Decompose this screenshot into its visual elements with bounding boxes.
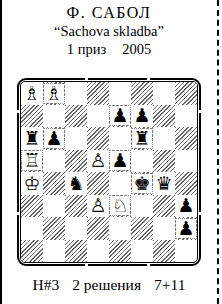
- square-f7: ♟: [131, 105, 153, 128]
- square-e6: [109, 127, 131, 150]
- piece-white-bishop: ♗: [22, 84, 41, 103]
- square-e7: ♟: [109, 105, 131, 128]
- square-h7: [175, 105, 197, 128]
- square-a1: [21, 240, 43, 263]
- square-e2: [109, 217, 131, 240]
- square-c3: [65, 195, 87, 218]
- award-year: 2005: [122, 40, 151, 58]
- square-g5: [153, 150, 175, 173]
- square-b7: [43, 105, 65, 128]
- square-h3: ♟: [175, 195, 197, 218]
- square-f4: ♚: [131, 172, 153, 195]
- square-b4: [43, 172, 65, 195]
- square-d6: [87, 127, 109, 150]
- square-b2: [43, 217, 65, 240]
- award-line: 1 приз 2005: [3, 40, 215, 58]
- award-text: 1 приз: [67, 40, 106, 58]
- square-g6: [153, 127, 175, 150]
- square-d7: [87, 105, 109, 128]
- square-a5: ♖: [21, 150, 43, 173]
- square-a3: [21, 195, 43, 218]
- piece-white-pawn: ♙: [88, 196, 107, 215]
- border-gap-mark: [85, 264, 88, 266]
- square-g8: [153, 82, 175, 105]
- square-e1: [109, 240, 131, 263]
- square-d3: ♙: [87, 195, 109, 218]
- square-d8: [87, 82, 109, 105]
- chess-board-grid: ♗♗♟♟♜♟♜♖♙♟♔♞♚♛♙♘♟♟: [21, 82, 197, 262]
- square-b1: [43, 240, 65, 263]
- solutions-count: 2 решения: [72, 275, 141, 295]
- square-d2: [87, 217, 109, 240]
- square-h5: [175, 150, 197, 173]
- square-g3: [153, 195, 175, 218]
- square-c1: [65, 240, 87, 263]
- piece-black-rook: ♜: [132, 129, 151, 148]
- border-gap-mark: [147, 264, 150, 266]
- chess-board: ♗♗♟♟♜♟♜♖♙♟♔♞♚♛♙♘♟♟: [17, 78, 201, 266]
- square-d5: ♙: [87, 150, 109, 173]
- square-a7: [21, 105, 43, 128]
- piece-black-pawn: ♟: [110, 106, 129, 125]
- border-gap-mark: [17, 110, 19, 113]
- border-gap-mark: [85, 78, 88, 80]
- piece-black-pawn: ♟: [176, 196, 195, 215]
- square-a6: ♜: [21, 127, 43, 150]
- diagram-header: Ф. САБОЛ “Sachova skladba” 1 приз 2005: [3, 3, 215, 58]
- square-a4: ♔: [21, 172, 43, 195]
- problem-diagram-page: Ф. САБОЛ “Sachova skladba” 1 приз 2005 ♗…: [0, 0, 222, 304]
- square-f6: ♜: [131, 127, 153, 150]
- square-e5: ♟: [109, 150, 131, 173]
- square-h4: [175, 172, 197, 195]
- square-c4: ♞: [65, 172, 87, 195]
- column-rule-right-dashed: [217, 0, 219, 304]
- piece-white-knight: ♘: [110, 196, 129, 215]
- square-c6: [65, 127, 87, 150]
- square-b6: ♟: [43, 127, 65, 150]
- source-title: “Sachova skladba”: [3, 22, 215, 40]
- square-g2: [153, 217, 175, 240]
- border-gap-mark: [147, 78, 150, 80]
- square-h6: [175, 127, 197, 150]
- square-b3: [43, 195, 65, 218]
- square-g7: [153, 105, 175, 128]
- piece-black-pawn: ♟: [44, 129, 63, 148]
- square-c7: [65, 105, 87, 128]
- border-gap-mark: [199, 110, 201, 113]
- border-gap-mark: [199, 212, 201, 215]
- piece-black-pawn: ♟: [176, 219, 195, 238]
- square-g4: ♛: [153, 172, 175, 195]
- chess-board-inner-frame: ♗♗♟♟♜♟♜♖♙♟♔♞♚♛♙♘♟♟: [20, 81, 198, 263]
- square-f8: [131, 82, 153, 105]
- square-f3: [131, 195, 153, 218]
- square-h1: [175, 240, 197, 263]
- border-gap-mark: [17, 212, 19, 215]
- piece-black-king: ♚: [132, 174, 151, 193]
- square-h2: ♟: [175, 217, 197, 240]
- square-b5: [43, 150, 65, 173]
- piece-black-knight: ♞: [66, 174, 85, 193]
- material-count: 7+11: [154, 275, 185, 295]
- square-h8: [175, 82, 197, 105]
- composer-name: Ф. САБОЛ: [3, 3, 215, 22]
- column-rule-left: [0, 0, 2, 304]
- piece-white-rook: ♖: [22, 151, 41, 170]
- piece-white-king: ♔: [22, 174, 41, 193]
- square-e4: [109, 172, 131, 195]
- piece-white-pawn: ♙: [88, 151, 107, 170]
- square-f1: [131, 240, 153, 263]
- square-a2: [21, 217, 43, 240]
- piece-black-pawn: ♟: [132, 106, 151, 125]
- square-e3: ♘: [109, 195, 131, 218]
- square-c2: [65, 217, 87, 240]
- square-e8: [109, 82, 131, 105]
- square-b8: ♗: [43, 82, 65, 105]
- piece-white-bishop: ♗: [44, 84, 63, 103]
- piece-black-rook: ♜: [22, 129, 41, 148]
- square-a8: ♗: [21, 82, 43, 105]
- piece-black-pawn: ♟: [110, 151, 129, 170]
- square-f2: [131, 217, 153, 240]
- square-g1: [153, 240, 175, 263]
- square-c8: [65, 82, 87, 105]
- square-c5: [65, 150, 87, 173]
- stipulation-text: H#3: [33, 275, 60, 295]
- square-d1: [87, 240, 109, 263]
- square-d4: [87, 172, 109, 195]
- square-f5: [131, 150, 153, 173]
- stipulation-line: H#3 2 решения 7+11: [3, 275, 215, 295]
- piece-black-queen: ♛: [154, 174, 173, 193]
